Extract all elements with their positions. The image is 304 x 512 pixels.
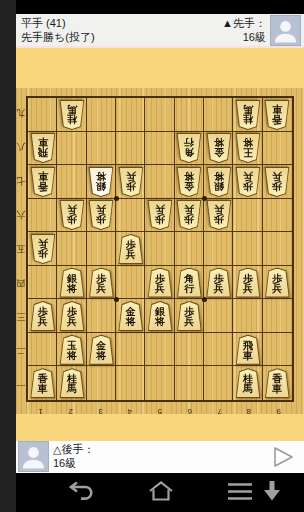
- shogi-piece-金将[interactable]: 金将: [176, 167, 202, 197]
- board-cell[interactable]: [175, 366, 204, 400]
- game-summary: 平手 (41) 先手勝ち(投了): [21, 16, 95, 44]
- download-button[interactable]: [263, 481, 281, 505]
- board-cell[interactable]: [233, 299, 262, 333]
- board-cell[interactable]: [87, 132, 116, 166]
- board-cell[interactable]: [204, 299, 233, 333]
- shogi-piece-歩兵[interactable]: 歩兵: [88, 200, 114, 230]
- file-label: 3: [86, 404, 116, 416]
- board-cell[interactable]: [145, 232, 174, 266]
- board-cell[interactable]: [28, 266, 57, 300]
- shogi-piece-金将[interactable]: 金将: [118, 301, 144, 331]
- rank-label: 六: [16, 198, 26, 232]
- shogi-piece-歩兵[interactable]: 歩兵: [30, 234, 56, 264]
- shogi-piece-歩兵[interactable]: 歩兵: [264, 268, 290, 298]
- menu-icon: [226, 490, 254, 505]
- rank-labels: 九八七六五四三二一: [16, 96, 26, 402]
- board-cell[interactable]: [145, 132, 174, 166]
- board-cell[interactable]: [87, 366, 116, 400]
- file-label: 5: [145, 404, 175, 416]
- shogi-piece-歩兵[interactable]: 歩兵: [30, 301, 56, 331]
- shogi-piece-桂馬[interactable]: 桂馬: [59, 368, 85, 398]
- shogi-piece-香車[interactable]: 香車: [264, 368, 290, 398]
- play-button[interactable]: [270, 445, 296, 469]
- board-cell[interactable]: [263, 299, 292, 333]
- board-cell[interactable]: [116, 98, 145, 132]
- rank-label: 九: [16, 96, 26, 130]
- shogi-piece-歩兵[interactable]: 歩兵: [147, 200, 173, 230]
- shogi-piece-角行[interactable]: 角行: [176, 268, 202, 298]
- board-cell[interactable]: [87, 98, 116, 132]
- board-cell[interactable]: [28, 98, 57, 132]
- rank-label: 四: [16, 266, 26, 300]
- shogi-piece-歩兵[interactable]: 歩兵: [88, 268, 114, 298]
- shogi-piece-王将[interactable]: 王将: [235, 133, 261, 163]
- menu-button[interactable]: [226, 480, 254, 505]
- shogi-piece-香車[interactable]: 香車: [30, 368, 56, 398]
- board-cell[interactable]: [175, 333, 204, 367]
- rank-label: 七: [16, 164, 26, 198]
- game-info-header: 平手 (41) 先手勝ち(投了) ▲先手： 16級: [16, 14, 304, 48]
- board-grid[interactable]: 桂馬桂馬香車飛車角行金将王将香車銀将歩兵金将銀将歩兵歩兵歩兵歩兵歩兵歩兵歩兵歩兵…: [26, 96, 294, 402]
- app-screen: 平手 (41) 先手勝ち(投了) ▲先手： 16級 九八七六五四三二一 桂馬桂馬…: [16, 0, 304, 512]
- board-cell[interactable]: [57, 165, 86, 199]
- board-cell[interactable]: [175, 232, 204, 266]
- board-cell[interactable]: [204, 333, 233, 367]
- file-label: 4: [115, 404, 145, 416]
- shogi-piece-歩兵[interactable]: 歩兵: [118, 167, 144, 197]
- board-cell[interactable]: [28, 199, 57, 233]
- board-cell[interactable]: [204, 366, 233, 400]
- board-cell[interactable]: [204, 98, 233, 132]
- back-icon: [66, 491, 96, 506]
- shogi-piece-銀将[interactable]: 銀将: [59, 268, 85, 298]
- gote-avatar: [18, 441, 49, 472]
- board-cell[interactable]: [57, 232, 86, 266]
- file-labels: 123456789: [26, 404, 294, 416]
- status-bar: [16, 0, 304, 14]
- board-cell[interactable]: [28, 333, 57, 367]
- sente-rank: 16級: [222, 30, 266, 44]
- board-cell[interactable]: [263, 232, 292, 266]
- shogi-piece-飛車[interactable]: 飛車: [235, 335, 261, 365]
- shogi-piece-玉将[interactable]: 玉将: [59, 335, 85, 365]
- board-cell[interactable]: [116, 199, 145, 233]
- rank-label: 八: [16, 130, 26, 164]
- gote-label: △後手：: [53, 442, 94, 456]
- board-cell[interactable]: [116, 266, 145, 300]
- shogi-piece-歩兵[interactable]: 歩兵: [59, 200, 85, 230]
- shogi-piece-歩兵[interactable]: 歩兵: [206, 268, 232, 298]
- shogi-piece-歩兵[interactable]: 歩兵: [235, 268, 261, 298]
- sente-captured-tray: [16, 48, 304, 88]
- rank-label: 三: [16, 300, 26, 334]
- board-cell[interactable]: [145, 333, 174, 367]
- rank-label: 二: [16, 334, 26, 368]
- board-cell[interactable]: [263, 333, 292, 367]
- board-cell[interactable]: [145, 165, 174, 199]
- sente-label: ▲先手：: [222, 16, 266, 30]
- shogi-piece-飛車[interactable]: 飛車: [30, 133, 56, 163]
- board-cell[interactable]: [57, 132, 86, 166]
- download-arrow-icon: [263, 490, 281, 505]
- rank-label: 一: [16, 368, 26, 402]
- shogi-piece-桂馬[interactable]: 桂馬: [235, 368, 261, 398]
- shogi-piece-金将[interactable]: 金将: [88, 335, 114, 365]
- gote-captured-tray: [16, 414, 304, 441]
- file-label: 8: [234, 404, 264, 416]
- play-icon: [271, 457, 295, 472]
- shogi-piece-銀将[interactable]: 銀将: [88, 167, 114, 197]
- board-cell[interactable]: [116, 132, 145, 166]
- shogi-piece-歩兵[interactable]: 歩兵: [118, 234, 144, 264]
- person-icon: [19, 442, 48, 471]
- home-icon: [147, 491, 175, 506]
- board-cell[interactable]: [263, 132, 292, 166]
- sente-player-info: ▲先手： 16級: [222, 16, 266, 44]
- shogi-piece-銀将[interactable]: 銀将: [147, 301, 173, 331]
- shogi-piece-桂馬[interactable]: 桂馬: [59, 100, 85, 130]
- shogi-piece-香車[interactable]: 香車: [30, 167, 56, 197]
- shogi-piece-歩兵[interactable]: 歩兵: [176, 301, 202, 331]
- board-cell[interactable]: [233, 232, 262, 266]
- board-cell[interactable]: [145, 366, 174, 400]
- gote-rank: 16級: [53, 456, 94, 470]
- shogi-piece-歩兵[interactable]: 歩兵: [176, 200, 202, 230]
- board-cell[interactable]: [87, 232, 116, 266]
- shogi-piece-角行[interactable]: 角行: [176, 133, 202, 163]
- board-cell[interactable]: [87, 299, 116, 333]
- rank-label: 五: [16, 232, 26, 266]
- board-cell[interactable]: [233, 199, 262, 233]
- shogi-piece-歩兵[interactable]: 歩兵: [59, 301, 85, 331]
- shogi-piece-歩兵[interactable]: 歩兵: [147, 268, 173, 298]
- file-label: 9: [264, 404, 294, 416]
- back-button[interactable]: [66, 479, 96, 506]
- gote-info-bar: △後手： 16級: [16, 441, 304, 473]
- file-label: 7: [205, 404, 235, 416]
- android-nav-bar: [16, 473, 304, 512]
- board-cell[interactable]: [263, 199, 292, 233]
- shogi-piece-銀将[interactable]: 銀将: [206, 167, 232, 197]
- sente-avatar: [270, 15, 301, 46]
- file-label: 1: [26, 404, 56, 416]
- board-cell[interactable]: [145, 98, 174, 132]
- gote-player-info: △後手： 16級: [53, 442, 94, 470]
- shogi-piece-金将[interactable]: 金将: [206, 133, 232, 163]
- shogi-piece-歩兵[interactable]: 歩兵: [264, 167, 290, 197]
- shogi-piece-歩兵[interactable]: 歩兵: [206, 200, 232, 230]
- board-cell[interactable]: [204, 232, 233, 266]
- file-label: 2: [56, 404, 86, 416]
- home-button[interactable]: [147, 479, 175, 506]
- person-icon: [271, 16, 300, 45]
- game-result: 先手勝ち(投了): [21, 30, 95, 44]
- shogi-board: 九八七六五四三二一 桂馬桂馬香車飛車角行金将王将香車銀将歩兵金将銀将歩兵歩兵歩兵…: [16, 88, 304, 414]
- handicap-move-count: 平手 (41): [21, 16, 95, 30]
- shogi-piece-香車[interactable]: 香車: [264, 100, 290, 130]
- board-cell[interactable]: [116, 366, 145, 400]
- file-label: 6: [175, 404, 205, 416]
- board-cell[interactable]: [116, 333, 145, 367]
- shogi-piece-桂馬[interactable]: 桂馬: [235, 100, 261, 130]
- board-cell[interactable]: [175, 98, 204, 132]
- shogi-piece-歩兵[interactable]: 歩兵: [235, 167, 261, 197]
